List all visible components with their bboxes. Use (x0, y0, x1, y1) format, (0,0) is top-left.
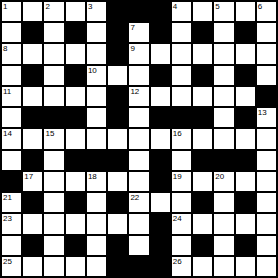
cell-r13c1[interactable]: 25 (2, 257, 21, 276)
cell-r11c1[interactable]: 23 (2, 214, 21, 233)
cell-r6c11[interactable] (214, 108, 233, 127)
cell-r3c10[interactable] (193, 44, 212, 63)
cell-r1c11[interactable]: 5 (214, 2, 233, 21)
cell-r9c10[interactable] (193, 172, 212, 191)
clue-number: 20 (215, 172, 224, 181)
clue-number: 9 (130, 44, 134, 53)
black-cell-r1c7 (129, 2, 148, 21)
cell-r7c7[interactable] (129, 129, 148, 148)
cell-r7c6[interactable] (108, 129, 127, 148)
black-cell-r10c6 (108, 193, 127, 212)
cell-r10c8[interactable] (151, 193, 170, 212)
black-cell-r6c2 (23, 108, 42, 127)
black-cell-r4c4 (66, 66, 85, 85)
cell-r5c8[interactable] (151, 87, 170, 106)
black-cell-r8c11 (214, 151, 233, 170)
cell-r3c7[interactable]: 9 (129, 44, 148, 63)
cell-r8c7[interactable] (129, 151, 148, 170)
black-cell-r1c8 (151, 2, 170, 21)
cell-r1c13[interactable]: 6 (257, 2, 276, 21)
cell-r2c7[interactable]: 7 (129, 23, 148, 42)
black-cell-r8c12 (236, 151, 255, 170)
cell-r11c5[interactable] (87, 214, 106, 233)
clue-number: 23 (3, 214, 12, 223)
cell-r9c6[interactable] (108, 172, 127, 191)
cell-r10c5[interactable] (87, 193, 106, 212)
cell-r11c12[interactable] (236, 214, 255, 233)
black-cell-r9c8 (151, 172, 170, 191)
black-cell-r12c12 (236, 236, 255, 255)
cell-r9c9[interactable]: 19 (172, 172, 191, 191)
black-cell-r12c2 (23, 236, 42, 255)
cell-r4c11[interactable] (214, 66, 233, 85)
cell-r7c5[interactable] (87, 129, 106, 148)
cell-r7c9[interactable]: 16 (172, 129, 191, 148)
cell-r9c7[interactable] (129, 172, 148, 191)
black-cell-r12c4 (66, 236, 85, 255)
cell-r10c13[interactable] (257, 193, 276, 212)
cell-r4c13[interactable] (257, 66, 276, 85)
cell-r7c12[interactable] (236, 129, 255, 148)
cell-r11c4[interactable] (66, 214, 85, 233)
clue-number: 6 (258, 2, 262, 11)
cell-r10c9[interactable] (172, 193, 191, 212)
clue-number: 22 (130, 193, 139, 202)
clue-number: 25 (3, 257, 12, 266)
cell-r13c5[interactable] (87, 257, 106, 276)
clue-number: 24 (173, 214, 182, 223)
cell-r8c9[interactable] (172, 151, 191, 170)
cell-r3c9[interactable] (172, 44, 191, 63)
cell-r1c5[interactable]: 3 (87, 2, 106, 21)
black-cell-r6c10 (193, 108, 212, 127)
cell-r11c9[interactable]: 24 (172, 214, 191, 233)
black-cell-r8c6 (108, 151, 127, 170)
cell-r11c2[interactable] (23, 214, 42, 233)
clue-number: 5 (215, 2, 219, 11)
cell-r5c4[interactable] (66, 87, 85, 106)
black-cell-r1c6 (108, 2, 127, 21)
cell-r12c3[interactable] (44, 236, 63, 255)
black-cell-r8c5 (87, 151, 106, 170)
black-cell-r6c12 (236, 108, 255, 127)
cell-r7c10[interactable] (193, 129, 212, 148)
cell-r1c2[interactable] (23, 2, 42, 21)
cell-r9c4[interactable] (66, 172, 85, 191)
clue-number: 3 (88, 2, 92, 11)
cell-r9c3[interactable] (44, 172, 63, 191)
cell-r1c9[interactable]: 4 (172, 2, 191, 21)
cell-r11c11[interactable] (214, 214, 233, 233)
cell-r5c5[interactable] (87, 87, 106, 106)
cell-r7c11[interactable] (214, 129, 233, 148)
cell-r10c1[interactable]: 21 (2, 193, 21, 212)
black-cell-r4c8 (151, 66, 170, 85)
cell-r9c13[interactable] (257, 172, 276, 191)
cell-r11c10[interactable] (193, 214, 212, 233)
black-cell-r13c8 (151, 257, 170, 276)
black-cell-r10c12 (236, 193, 255, 212)
black-cell-r5c6 (108, 87, 127, 106)
cell-r12c13[interactable] (257, 236, 276, 255)
cell-r13c12[interactable] (236, 257, 255, 276)
clue-number: 13 (258, 108, 267, 117)
cell-r8c1[interactable] (2, 151, 21, 170)
cell-r8c13[interactable] (257, 151, 276, 170)
clue-number: 11 (3, 87, 11, 96)
cell-r3c3[interactable] (44, 44, 63, 63)
clue-number: 7 (130, 23, 134, 32)
black-cell-r2c2 (23, 23, 42, 42)
clue-number: 4 (173, 2, 177, 11)
black-cell-r9c1 (2, 172, 21, 191)
black-cell-r12c6 (108, 236, 127, 255)
clue-number: 15 (45, 129, 54, 138)
black-cell-r2c12 (236, 23, 255, 42)
cell-r12c5[interactable] (87, 236, 106, 255)
cell-r11c7[interactable] (129, 214, 148, 233)
cell-r9c11[interactable]: 20 (214, 172, 233, 191)
cell-r13c2[interactable] (23, 257, 42, 276)
cell-r12c11[interactable] (214, 236, 233, 255)
cell-r1c10[interactable] (193, 2, 212, 21)
cell-r7c4[interactable] (66, 129, 85, 148)
cell-r4c7[interactable] (129, 66, 148, 85)
black-cell-r4c12 (236, 66, 255, 85)
cell-r6c5[interactable] (87, 108, 106, 127)
cell-r5c9[interactable] (172, 87, 191, 106)
cell-r10c7[interactable]: 22 (129, 193, 148, 212)
cell-r12c9[interactable] (172, 236, 191, 255)
clue-number: 8 (3, 44, 7, 53)
cell-r7c2[interactable] (23, 129, 42, 148)
clue-number: 19 (173, 172, 182, 181)
black-cell-r3c6 (108, 44, 127, 63)
black-cell-r12c10 (193, 236, 212, 255)
cell-r9c2[interactable]: 17 (23, 172, 42, 191)
black-cell-r6c4 (66, 108, 85, 127)
cell-r6c7[interactable] (129, 108, 148, 127)
cell-r9c12[interactable] (236, 172, 255, 191)
black-cell-r8c8 (151, 151, 170, 170)
cell-r2c9[interactable] (172, 23, 191, 42)
black-cell-r2c4 (66, 23, 85, 42)
cell-r3c2[interactable] (23, 44, 42, 63)
cell-r3c5[interactable] (87, 44, 106, 63)
cell-r2c11[interactable] (214, 23, 233, 42)
cell-r6c13[interactable]: 13 (257, 108, 276, 127)
cell-r1c3[interactable]: 2 (44, 2, 63, 21)
black-cell-r6c8 (151, 108, 170, 127)
cell-r13c13[interactable] (257, 257, 276, 276)
black-cell-r8c4 (66, 151, 85, 170)
cell-r12c7[interactable] (129, 236, 148, 255)
cell-r3c8[interactable] (151, 44, 170, 63)
cell-r5c2[interactable] (23, 87, 42, 106)
cell-r12c1[interactable] (2, 236, 21, 255)
cell-r2c3[interactable] (44, 23, 63, 42)
cell-r5c3[interactable] (44, 87, 63, 106)
cell-r1c12[interactable] (236, 2, 255, 21)
cell-r11c3[interactable] (44, 214, 63, 233)
cell-r1c4[interactable] (66, 2, 85, 21)
cell-r2c5[interactable] (87, 23, 106, 42)
clue-number: 18 (88, 172, 97, 181)
cell-r1c1[interactable]: 1 (2, 2, 21, 21)
clue-number: 12 (130, 87, 139, 96)
cell-r7c1[interactable]: 14 (2, 129, 21, 148)
cell-r10c3[interactable] (44, 193, 63, 212)
clue-number: 1 (3, 2, 7, 11)
cell-r7c8[interactable] (151, 129, 170, 148)
black-cell-r4c2 (23, 66, 42, 85)
black-cell-r2c6 (108, 23, 127, 42)
black-cell-r5c13 (257, 87, 276, 106)
black-cell-r6c3 (44, 108, 63, 127)
black-cell-r6c6 (108, 108, 127, 127)
clue-number: 26 (173, 257, 182, 266)
cell-r3c4[interactable] (66, 44, 85, 63)
clue-number: 21 (3, 193, 12, 202)
clue-number: 2 (45, 2, 49, 11)
black-cell-r4c10 (193, 66, 212, 85)
cell-r4c3[interactable] (44, 66, 63, 85)
cell-r13c4[interactable] (66, 257, 85, 276)
black-cell-r6c9 (172, 108, 191, 127)
cell-r2c1[interactable] (2, 23, 21, 42)
cell-r5c11[interactable] (214, 87, 233, 106)
cell-r10c11[interactable] (214, 193, 233, 212)
black-cell-r2c10 (193, 23, 212, 42)
clue-number: 14 (3, 129, 12, 138)
cell-r11c6[interactable] (108, 214, 127, 233)
black-cell-r10c2 (23, 193, 42, 212)
black-cell-r11c8 (151, 214, 170, 233)
black-cell-r13c7 (129, 257, 148, 276)
black-cell-r10c4 (66, 193, 85, 212)
cell-r5c1[interactable]: 11 (2, 87, 21, 106)
black-cell-r10c10 (193, 193, 212, 212)
cell-r7c13[interactable] (257, 129, 276, 148)
cell-r6c1[interactable] (2, 108, 21, 127)
cell-r3c11[interactable] (214, 44, 233, 63)
cell-r13c11[interactable] (214, 257, 233, 276)
clue-number: 16 (173, 129, 182, 138)
cell-r8c3[interactable] (44, 151, 63, 170)
cell-r9c5[interactable]: 18 (87, 172, 106, 191)
black-cell-r8c2 (23, 151, 42, 170)
cell-r13c10[interactable] (193, 257, 212, 276)
cell-r2c13[interactable] (257, 23, 276, 42)
cell-r4c6[interactable] (108, 66, 127, 85)
cell-r5c12[interactable] (236, 87, 255, 106)
cell-r3c1[interactable]: 8 (2, 44, 21, 63)
black-cell-r2c8 (151, 23, 170, 42)
cell-r3c13[interactable] (257, 44, 276, 63)
crossword-grid: 1234567891011121314151617181920212223242… (0, 0, 278, 278)
cell-r11c13[interactable] (257, 214, 276, 233)
clue-number: 17 (24, 172, 33, 181)
cell-r13c3[interactable] (44, 257, 63, 276)
cell-r13c9[interactable]: 26 (172, 257, 191, 276)
cell-r5c7[interactable]: 12 (129, 87, 148, 106)
black-cell-r13c6 (108, 257, 127, 276)
cell-r5c10[interactable] (193, 87, 212, 106)
cell-r3c12[interactable] (236, 44, 255, 63)
cell-r4c9[interactable] (172, 66, 191, 85)
black-cell-r12c8 (151, 236, 170, 255)
black-cell-r8c10 (193, 151, 212, 170)
cell-r7c3[interactable]: 15 (44, 129, 63, 148)
cell-r4c5[interactable]: 10 (87, 66, 106, 85)
cell-r4c1[interactable] (2, 66, 21, 85)
clue-number: 10 (88, 66, 97, 75)
